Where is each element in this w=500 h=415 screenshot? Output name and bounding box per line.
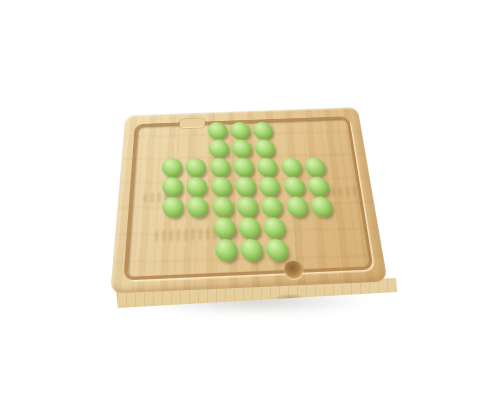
hole-r3c4[interactable] bbox=[231, 158, 257, 177]
peg-r3c7[interactable] bbox=[304, 158, 328, 177]
board-corner-void bbox=[286, 217, 315, 239]
hole-r2c5[interactable] bbox=[253, 139, 279, 157]
hole-r3c6[interactable] bbox=[278, 158, 305, 177]
peg-r4c4[interactable] bbox=[234, 177, 257, 197]
peg-r2c3[interactable] bbox=[208, 140, 229, 158]
peg-r3c1[interactable] bbox=[162, 158, 183, 177]
board-corner-void bbox=[160, 122, 183, 140]
hole-r3c3[interactable] bbox=[207, 158, 232, 177]
peg-r2c4[interactable] bbox=[231, 140, 253, 158]
hole-r2c3[interactable] bbox=[206, 140, 231, 158]
hole-r6c4[interactable] bbox=[236, 217, 263, 239]
board-corner-void bbox=[311, 217, 340, 239]
etched-mark bbox=[332, 187, 360, 198]
peg-r7c3[interactable] bbox=[214, 239, 238, 262]
hole-r3c5[interactable] bbox=[255, 158, 281, 177]
peg-r5c7[interactable] bbox=[310, 196, 335, 217]
board-corner-void bbox=[183, 140, 207, 158]
peg-r3c5[interactable] bbox=[256, 158, 279, 177]
hole-r5c1[interactable] bbox=[160, 197, 185, 218]
hole-r1c5[interactable] bbox=[251, 122, 276, 140]
hole-r7c3[interactable] bbox=[212, 239, 240, 262]
hole-r7c5[interactable] bbox=[263, 239, 292, 262]
hole-r5c3[interactable] bbox=[210, 197, 236, 218]
board-corner-void bbox=[161, 239, 187, 262]
hole-r3c2[interactable] bbox=[184, 158, 209, 177]
hole-r2c4[interactable] bbox=[229, 140, 254, 158]
peg-r4c1[interactable] bbox=[162, 177, 183, 197]
board-corner-void bbox=[160, 218, 186, 240]
peg-r1c3[interactable] bbox=[207, 122, 228, 140]
board-corner-void bbox=[296, 122, 322, 140]
hole-r4c4[interactable] bbox=[233, 177, 259, 197]
peg-r3c6[interactable] bbox=[280, 158, 303, 177]
peg-r5c4[interactable] bbox=[236, 197, 259, 218]
hole-r4c3[interactable] bbox=[208, 177, 234, 197]
hole-r5c5[interactable] bbox=[259, 197, 286, 218]
board-corner-void bbox=[182, 122, 206, 140]
peg-r4c7[interactable] bbox=[307, 177, 331, 197]
peg-r6c4[interactable] bbox=[238, 217, 262, 239]
hole-r5c6[interactable] bbox=[283, 197, 311, 218]
hole-r4c7[interactable] bbox=[305, 177, 333, 197]
peg-r6c3[interactable] bbox=[213, 217, 236, 239]
peg-r1c4[interactable] bbox=[230, 122, 251, 140]
hole-r7c4[interactable] bbox=[238, 239, 266, 262]
board-corner-void bbox=[160, 140, 184, 158]
hole-r6c5[interactable] bbox=[261, 217, 289, 239]
board-corner-void bbox=[289, 239, 318, 262]
board-corner-void bbox=[274, 122, 300, 140]
hole-r3c1[interactable] bbox=[160, 158, 184, 177]
hole-r4c6[interactable] bbox=[281, 177, 308, 197]
hole-r3c7[interactable] bbox=[302, 158, 329, 177]
peg-r1c5[interactable] bbox=[252, 122, 274, 140]
peg-r5c2[interactable] bbox=[187, 197, 209, 218]
peg-r6c5[interactable] bbox=[263, 217, 287, 239]
hole-r4c1[interactable] bbox=[160, 177, 185, 197]
peg-r5c6[interactable] bbox=[285, 197, 309, 218]
peg-r5c5[interactable] bbox=[261, 197, 285, 218]
hole-r5c2[interactable] bbox=[185, 197, 211, 218]
board-corner-void bbox=[299, 139, 326, 157]
board-corner-void bbox=[276, 139, 302, 157]
peg-r4c3[interactable] bbox=[210, 177, 232, 197]
peg-r3c4[interactable] bbox=[233, 158, 255, 177]
hole-r6c3[interactable] bbox=[211, 217, 238, 239]
hole-r4c5[interactable] bbox=[257, 177, 284, 197]
hole-r5c7[interactable] bbox=[308, 196, 336, 217]
peg-r5c3[interactable] bbox=[211, 197, 234, 218]
hole-r1c4[interactable] bbox=[228, 122, 253, 140]
hole-r4c2[interactable] bbox=[184, 177, 209, 197]
hole-r1c3[interactable] bbox=[205, 122, 229, 140]
board-corner-void bbox=[315, 239, 345, 262]
peg-r3c3[interactable] bbox=[209, 158, 231, 177]
peg-r2c5[interactable] bbox=[254, 139, 276, 157]
peg-grid bbox=[160, 122, 343, 249]
product-photo bbox=[0, 0, 500, 415]
board-corner-void bbox=[186, 239, 213, 262]
peg-r4c5[interactable] bbox=[258, 177, 281, 197]
peg-r5c1[interactable] bbox=[162, 197, 184, 218]
peg-r4c6[interactable] bbox=[283, 177, 307, 197]
peg-r7c5[interactable] bbox=[265, 239, 290, 262]
peg-r4c2[interactable] bbox=[186, 177, 208, 197]
board-corner-void bbox=[186, 218, 212, 240]
peg-r3c2[interactable] bbox=[185, 158, 206, 177]
peg-r7c4[interactable] bbox=[240, 239, 264, 262]
hole-r5c4[interactable] bbox=[234, 197, 261, 218]
solitaire-board bbox=[110, 107, 387, 294]
